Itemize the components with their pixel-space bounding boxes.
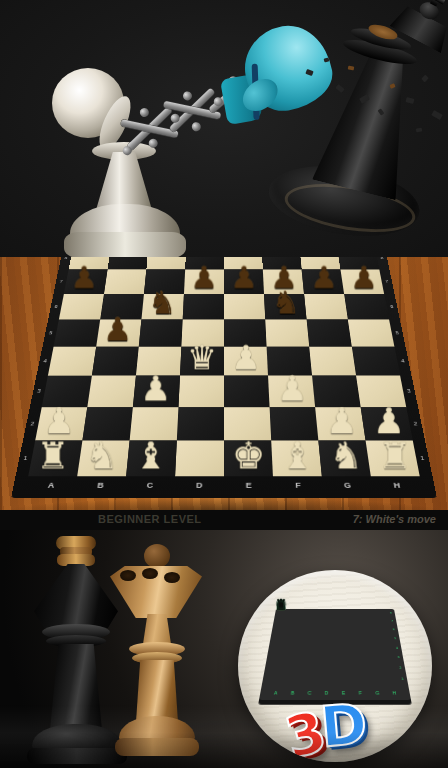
black-king-body <box>312 42 430 201</box>
white-bishop-f1: ♝ <box>281 437 314 474</box>
coord-label: A <box>25 481 76 493</box>
coord-label: 5 <box>394 636 400 645</box>
square-f1[interactable]: ♝ <box>271 440 322 476</box>
white-pawn-base-disc <box>64 232 186 257</box>
square-g5[interactable] <box>307 319 352 346</box>
square-a5[interactable] <box>54 319 101 346</box>
white-rook-a1: ♜ <box>36 437 69 474</box>
white-pawn-c3: ♟ <box>140 371 171 406</box>
square-c3[interactable]: ♟ <box>133 376 180 407</box>
black-pawn-a7: ♟ <box>71 262 98 292</box>
square-h7[interactable]: ♟ <box>341 270 385 294</box>
coord-label: F <box>273 481 323 493</box>
black-knight-f6: ♞ <box>272 287 300 318</box>
move-indicator: 7: White's move <box>353 513 436 525</box>
white-knight-g1: ♞ <box>329 437 362 474</box>
black-pawn-b5: ♟ <box>103 313 132 345</box>
square-d3[interactable] <box>178 376 224 407</box>
square-g4[interactable] <box>309 347 356 376</box>
square-h5[interactable] <box>348 319 395 346</box>
white-pawn-f3: ♟ <box>277 371 308 406</box>
square-b5[interactable]: ♟ <box>96 319 141 346</box>
coord-label: G <box>322 481 373 493</box>
black-rook-h1: ♜ <box>275 598 287 611</box>
mini-board-grid: ♜♞♝♛♚♝♞♜♟♟♟♟♟♟♟♟♟♟♟♟♟♟♟♟♜♞♝♛♚♝♞♜ <box>268 611 402 688</box>
coord-label: 4 <box>396 646 402 656</box>
board-scene: ♜♝♛♚♝♜♟♟♟♟♟♟♞♞♟♛♟♟♟♟♟♟♜♞♝♚♝♞♜ ABCDEFGH A… <box>0 257 448 510</box>
square-a4[interactable] <box>48 347 96 376</box>
square-f6[interactable]: ♞ <box>264 294 307 320</box>
square-b1[interactable]: ♞ <box>77 440 129 476</box>
square-d2[interactable] <box>177 407 224 440</box>
coord-label: G <box>369 690 387 697</box>
square-b7[interactable] <box>104 270 146 294</box>
square-h1[interactable]: ♜ <box>366 440 420 476</box>
black-pawn-e7: ♟ <box>230 262 257 292</box>
square-g1[interactable]: ♞ <box>318 440 370 476</box>
coord-label: H <box>372 481 423 493</box>
square-c8[interactable]: ♝ <box>146 257 186 270</box>
coord-label: B <box>284 690 302 697</box>
coord-label: 7 <box>391 619 397 627</box>
square-b4[interactable] <box>92 347 139 376</box>
square-d7[interactable]: ♟ <box>184 270 224 294</box>
coord-label: E <box>224 481 274 493</box>
mini-chess-board: ♜♞♝♛♚♝♞♜♟♟♟♟♟♟♟♟♟♟♟♟♟♟♟♟♜♞♝♛♚♝♞♜ ABCDEFG… <box>259 609 411 700</box>
coord-label: 2 <box>399 666 406 677</box>
white-knight-b1: ♞ <box>85 437 118 474</box>
mini-board-scene: ♜♞♝♛♚♝♞♜♟♟♟♟♟♟♟♟♟♟♟♟♟♟♟♟♜♞♝♛♚♝♞♜ ABCDEFG… <box>248 588 422 700</box>
coord-label: D <box>174 481 224 493</box>
black-bishop-c8: ♝ <box>153 257 179 268</box>
square-h4[interactable] <box>352 347 400 376</box>
square-b3[interactable] <box>87 376 136 407</box>
white-pawn-h2: ♟ <box>373 403 405 439</box>
square-d4[interactable]: ♛ <box>180 347 224 376</box>
square-c1[interactable]: ♝ <box>126 440 177 476</box>
white-pawn-g2: ♟ <box>326 403 358 439</box>
floor-sheen <box>0 704 448 768</box>
white-pawn-a2: ♟ <box>43 403 75 439</box>
coord-label: 1 <box>401 677 408 689</box>
white-pawn-body <box>96 152 152 210</box>
black-knight-c6: ♞ <box>148 287 176 318</box>
square-b8[interactable] <box>107 257 148 270</box>
white-queen-d4: ♛ <box>187 341 217 374</box>
square-c5[interactable] <box>139 319 183 346</box>
coord-label: H <box>386 690 404 697</box>
white-king-e1: ♚ <box>232 437 265 474</box>
square-f3[interactable]: ♟ <box>268 376 315 407</box>
square-g7[interactable]: ♟ <box>302 270 344 294</box>
file-labels-front: ABCDEFGH <box>25 481 423 493</box>
level-label: BEGINNER LEVEL <box>98 513 202 525</box>
coord-label: C <box>125 481 175 493</box>
black-pawn-d7: ♟ <box>190 262 217 292</box>
coord-label: A <box>266 690 284 697</box>
status-bar: BEGINNER LEVEL 7: White's move <box>0 510 448 530</box>
black-pawn-h7: ♟ <box>350 262 377 292</box>
square-a6[interactable] <box>59 294 104 320</box>
coord-label: B <box>75 481 126 493</box>
coord-label: C <box>301 690 318 697</box>
board-screenshot: ♜♝♛♚♝♜♟♟♟♟♟♟♞♞♟♛♟♟♟♟♟♟♜♞♝♚♝♞♜ ABCDEFGH A… <box>0 257 448 530</box>
footer-artwork: ♜♞♝♛♚♝♞♜♟♟♟♟♟♟♟♟♟♟♟♟♟♟♟♟♜♞♝♛♚♝♞♜ ABCDEFG… <box>0 530 448 768</box>
square-e1[interactable]: ♚ <box>224 440 273 476</box>
chess-board: ♜♝♛♚♝♜♟♟♟♟♟♟♞♞♟♛♟♟♟♟♟♟♜♞♝♚♝♞♜ ABCDEFGH A… <box>11 257 437 498</box>
square-h6[interactable] <box>344 294 389 320</box>
square-d1[interactable] <box>175 440 224 476</box>
square-f5[interactable] <box>265 319 309 346</box>
black-pawn-g7: ♟ <box>310 262 337 292</box>
coord-label: 6 <box>393 628 399 637</box>
square-a7[interactable]: ♟ <box>64 270 108 294</box>
hero-artwork <box>0 0 448 257</box>
square-e4[interactable]: ♟ <box>224 347 268 376</box>
black-king-figure <box>240 0 448 257</box>
white-pawn-e4: ♟ <box>231 341 261 374</box>
app-screenshot: ♜♝♛♚♝♜♟♟♟♟♟♟♞♞♟♛♟♟♟♟♟♟♜♞♝♚♝♞♜ ABCDEFGH A… <box>0 0 448 768</box>
coord-label: 3 <box>397 655 403 665</box>
square-e6[interactable] <box>224 294 265 320</box>
square-d6[interactable] <box>183 294 224 320</box>
square-e3[interactable] <box>224 376 270 407</box>
white-bishop-c1: ♝ <box>134 437 167 474</box>
square-c6[interactable]: ♞ <box>141 294 184 320</box>
square-e7[interactable]: ♟ <box>224 270 264 294</box>
coord-label: 8 <box>390 611 395 619</box>
white-rook-h1: ♜ <box>378 437 411 474</box>
board-grid: ♜♝♛♚♝♜♟♟♟♟♟♟♞♞♟♛♟♟♟♟♟♟♜♞♝♚♝♞♜ <box>28 257 419 476</box>
square-g6[interactable] <box>304 294 348 320</box>
square-a1[interactable]: ♜ <box>28 440 82 476</box>
